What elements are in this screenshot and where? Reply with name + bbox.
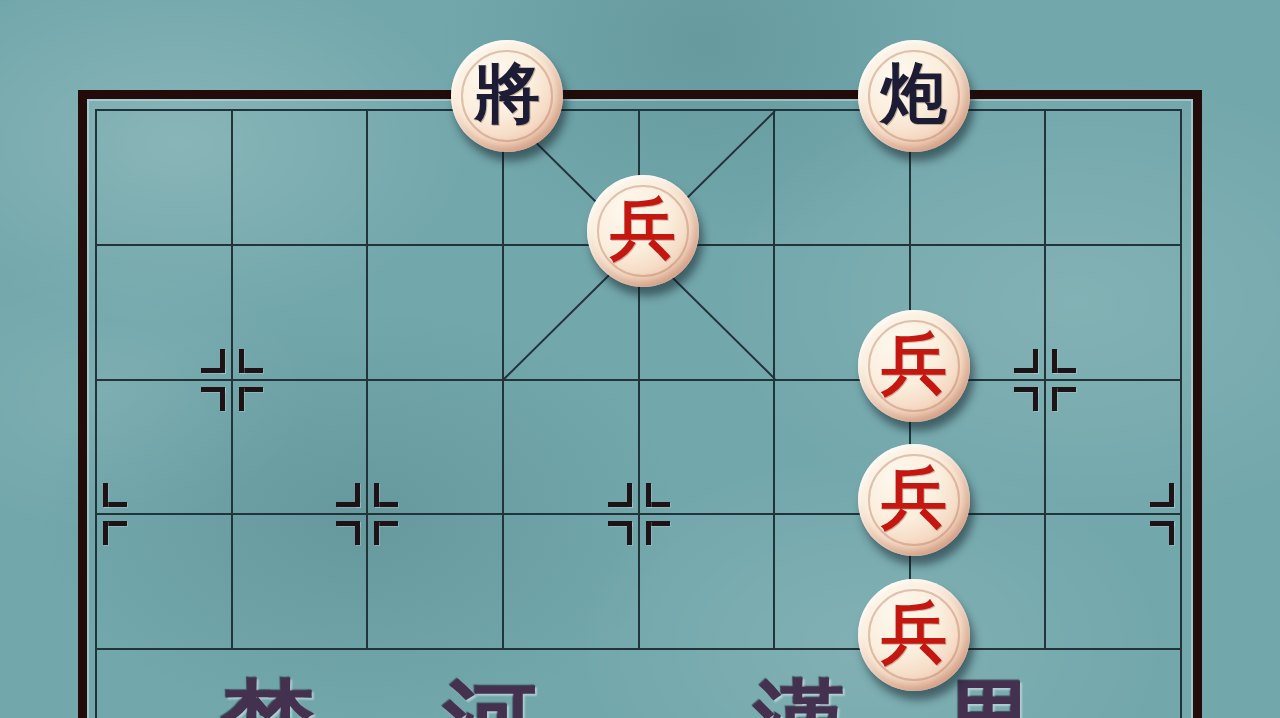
board-cell: [1044, 109, 1180, 244]
piece-black-general[interactable]: 將: [451, 40, 563, 152]
point-marker-arm: [374, 483, 379, 507]
point-marker-arm: [646, 483, 651, 507]
river-text-char: 楚: [221, 676, 315, 718]
board-cell: [95, 109, 231, 244]
point-marker-arm: [103, 483, 108, 507]
red-piece-glyph: 兵: [610, 196, 676, 262]
river-text-char: 界: [943, 676, 1037, 718]
point-marker-arm: [239, 349, 244, 373]
piece-red-soldier-4[interactable]: 兵: [858, 579, 970, 691]
piece-black-cannon[interactable]: 炮: [858, 40, 970, 152]
board-cell: [638, 513, 774, 648]
point-marker-arm: [1052, 349, 1057, 373]
point-marker-arm: [239, 387, 244, 411]
board-cell: [502, 379, 638, 514]
board-cell: [95, 244, 231, 379]
board-cell: [231, 379, 367, 514]
point-marker-arm: [355, 521, 360, 545]
river-text-char: 漢: [753, 676, 847, 718]
board-cell: [638, 379, 774, 514]
board-cell: [366, 244, 502, 379]
board-cell: [366, 379, 502, 514]
black-piece-glyph: 將: [474, 61, 540, 127]
point-marker-arm: [103, 521, 108, 545]
point-marker-arm: [1169, 521, 1174, 545]
point-marker-arm: [1169, 483, 1174, 507]
piece-red-soldier-3[interactable]: 兵: [858, 444, 970, 556]
board-cell: [231, 513, 367, 648]
board-cell: [366, 513, 502, 648]
river-edge-line-right: [1180, 650, 1182, 718]
xiangqi-game-screen: 楚河漢界 將炮兵兵兵兵: [0, 0, 1280, 718]
board-cell: [1044, 379, 1180, 514]
board-cell: [502, 513, 638, 648]
point-marker-arm: [355, 483, 360, 507]
board-cell: [1044, 244, 1180, 379]
board-cell: [95, 513, 231, 648]
point-marker-arm: [220, 349, 225, 373]
point-marker-arm: [1052, 387, 1057, 411]
point-marker-arm: [1033, 349, 1038, 373]
piece-red-soldier-1[interactable]: 兵: [587, 175, 699, 287]
point-marker-arm: [627, 483, 632, 507]
red-piece-glyph: 兵: [881, 331, 947, 397]
board-cell: [95, 379, 231, 514]
point-marker-arm: [646, 521, 651, 545]
red-piece-glyph: 兵: [881, 465, 947, 531]
board-cell: [231, 109, 367, 244]
point-marker-arm: [220, 387, 225, 411]
river-edge-line-left: [95, 650, 97, 718]
point-marker-arm: [627, 521, 632, 545]
piece-red-soldier-2[interactable]: 兵: [858, 310, 970, 422]
point-marker-arm: [374, 521, 379, 545]
river-text-char: 河: [443, 676, 537, 718]
board-cell: [1044, 513, 1180, 648]
board-cell: [231, 244, 367, 379]
red-piece-glyph: 兵: [881, 600, 947, 666]
point-marker-arm: [1033, 387, 1038, 411]
black-piece-glyph: 炮: [881, 61, 947, 127]
